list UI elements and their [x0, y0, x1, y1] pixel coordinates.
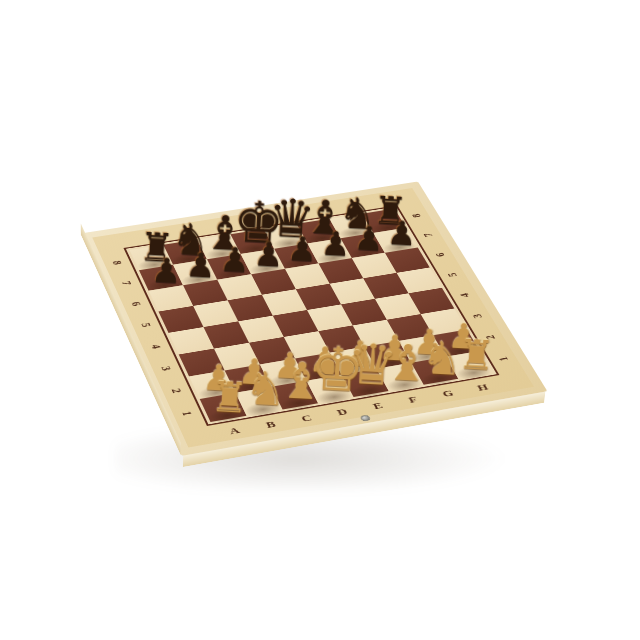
rank-left-label-3: 3 [153, 359, 180, 378]
photo-background: ♜♞♝♚♛♝♞♜♟♟♟♟♟♟♟♟♟♟♟♟♟♟♟♟♜♞♝♚♛♝♞♜ ABCDEFG… [0, 0, 640, 640]
piece-white-rook-a1[interactable]: ♜ [197, 375, 262, 420]
square-a7[interactable]: ♟ [139, 265, 183, 291]
file-label-a: A [218, 422, 250, 440]
playing-area: ♜♞♝♚♛♝♞♜♟♟♟♟♟♟♟♟♟♟♟♟♟♟♟♟♜♞♝♚♛♝♞♜ [123, 205, 499, 426]
rank-left-label-5: 5 [133, 316, 160, 335]
board-wrapper: ♜♞♝♚♛♝♞♜♟♟♟♟♟♟♟♟♟♟♟♟♟♟♟♟♜♞♝♚♛♝♞♜ ABCDEFG… [113, 116, 502, 505]
rank-left-label-4: 4 [143, 337, 170, 356]
rank-left-label-6: 6 [123, 295, 149, 313]
piece-black-pawn-a7[interactable]: ♟ [136, 252, 197, 289]
chess-board: ♜♞♝♚♛♝♞♜♟♟♟♟♟♟♟♟♟♟♟♟♟♟♟♟♜♞♝♚♛♝♞♜ ABCDEFG… [80, 181, 547, 456]
square-a1[interactable]: ♜ [200, 393, 247, 422]
square-c5[interactable] [228, 295, 273, 322]
